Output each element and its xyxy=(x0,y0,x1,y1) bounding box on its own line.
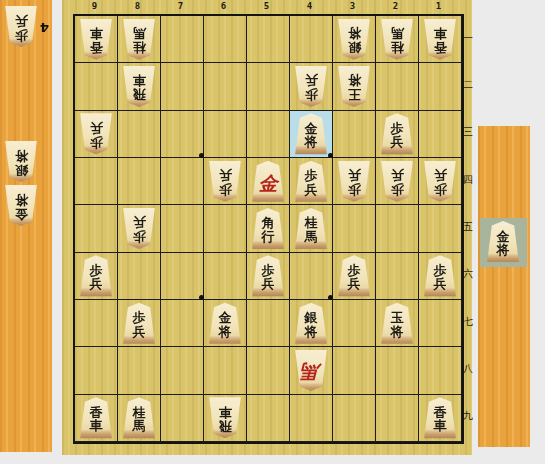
square-53[interactable] xyxy=(247,111,290,158)
square-72[interactable] xyxy=(161,63,204,110)
square-88[interactable] xyxy=(118,347,161,394)
piece-sente-bishop[interactable]: 角行 xyxy=(250,208,286,249)
square-89[interactable]: 桂馬 xyxy=(118,395,161,442)
piece-gote-knight[interactable]: 桂馬 xyxy=(121,19,157,60)
square-52[interactable] xyxy=(247,63,290,110)
square-91[interactable]: 香車 xyxy=(75,16,118,63)
square-92[interactable] xyxy=(75,63,118,110)
square-56[interactable]: 歩兵 xyxy=(247,253,290,300)
piece-sente-silver[interactable]: 銀将 xyxy=(293,303,329,344)
square-32[interactable]: 王将 xyxy=(333,63,376,110)
square-11[interactable]: 香車 xyxy=(419,16,462,63)
piece-sente-promoted-silver[interactable]: 金 xyxy=(250,161,286,202)
piece-gote-pawn[interactable]: 歩兵 xyxy=(422,161,458,202)
file-label-8: 8 xyxy=(116,1,159,13)
square-75[interactable] xyxy=(161,205,204,252)
square-22[interactable] xyxy=(376,63,419,110)
piece-gote-silver[interactable]: 銀将 xyxy=(3,141,39,182)
star-point xyxy=(199,153,204,158)
piece-gote-pawn[interactable]: 歩兵 xyxy=(3,6,39,47)
piece-gote-pawn[interactable]: 歩兵 xyxy=(379,161,415,202)
square-43[interactable]: 金将 xyxy=(290,111,333,158)
square-49[interactable] xyxy=(290,395,333,442)
square-79[interactable] xyxy=(161,395,204,442)
square-83[interactable] xyxy=(118,111,161,158)
square-86[interactable] xyxy=(118,253,161,300)
piece-gote-pawn[interactable]: 歩兵 xyxy=(121,208,157,249)
square-94[interactable] xyxy=(75,158,118,205)
piece-sente-knight[interactable]: 桂馬 xyxy=(121,397,157,438)
square-85[interactable]: 歩兵 xyxy=(118,205,161,252)
square-76[interactable] xyxy=(161,253,204,300)
file-label-7: 7 xyxy=(159,1,202,13)
piece-gote-gold[interactable]: 金将 xyxy=(3,185,39,226)
piece-gote-lance[interactable]: 香車 xyxy=(78,19,114,60)
star-point xyxy=(328,153,333,158)
square-17[interactable] xyxy=(419,300,462,347)
square-81[interactable]: 桂馬 xyxy=(118,16,161,63)
piece-sente-pawn[interactable]: 歩兵 xyxy=(379,113,415,154)
square-24[interactable]: 歩兵 xyxy=(376,158,419,205)
square-73[interactable] xyxy=(161,111,204,158)
square-34[interactable]: 歩兵 xyxy=(333,158,376,205)
square-25[interactable] xyxy=(376,205,419,252)
square-12[interactable] xyxy=(419,63,462,110)
square-59[interactable] xyxy=(247,395,290,442)
square-68[interactable] xyxy=(204,347,247,394)
square-66[interactable] xyxy=(204,253,247,300)
square-97[interactable] xyxy=(75,300,118,347)
file-labels: 987654321 xyxy=(73,1,460,13)
piece-gote-knight[interactable]: 桂馬 xyxy=(379,19,415,60)
square-96[interactable]: 歩兵 xyxy=(75,253,118,300)
square-47[interactable]: 銀将 xyxy=(290,300,333,347)
square-71[interactable] xyxy=(161,16,204,63)
square-27[interactable]: 玉将 xyxy=(376,300,419,347)
square-15[interactable] xyxy=(419,205,462,252)
gote-hand-pawn-count: 4 xyxy=(40,20,49,35)
sente-hand-stand: 金将 xyxy=(478,126,530,447)
square-13[interactable] xyxy=(419,111,462,158)
square-95[interactable] xyxy=(75,205,118,252)
star-point xyxy=(199,295,204,300)
piece-sente-pawn[interactable]: 歩兵 xyxy=(293,161,329,202)
square-36[interactable]: 歩兵 xyxy=(333,253,376,300)
star-point xyxy=(328,295,333,300)
square-54[interactable]: 金 xyxy=(247,158,290,205)
square-29[interactable] xyxy=(376,395,419,442)
square-18[interactable] xyxy=(419,347,462,394)
square-33[interactable] xyxy=(333,111,376,158)
square-26[interactable] xyxy=(376,253,419,300)
piece-gote-rook[interactable]: 飛車 xyxy=(121,66,157,107)
piece-sente-pawn[interactable]: 歩兵 xyxy=(422,255,458,296)
square-78[interactable] xyxy=(161,347,204,394)
piece-gote-pawn[interactable]: 歩兵 xyxy=(207,161,243,202)
square-41[interactable] xyxy=(290,16,333,63)
square-44[interactable]: 歩兵 xyxy=(290,158,333,205)
piece-sente-lance[interactable]: 香車 xyxy=(422,397,458,438)
gote-hand-silver[interactable]: 銀将 xyxy=(3,141,39,182)
file-label-1: 1 xyxy=(417,1,460,13)
square-21[interactable]: 桂馬 xyxy=(376,16,419,63)
square-69[interactable]: 飛車 xyxy=(204,395,247,442)
gote-hand-stand: 歩兵4銀将金将 xyxy=(0,0,52,452)
square-61[interactable] xyxy=(204,16,247,63)
gote-hand-gold[interactable]: 金将 xyxy=(3,185,39,226)
square-65[interactable] xyxy=(204,205,247,252)
piece-sente-gold[interactable]: 金将 xyxy=(485,221,521,262)
square-57[interactable] xyxy=(247,300,290,347)
piece-gote-pawn[interactable]: 歩兵 xyxy=(78,113,114,154)
square-82[interactable]: 飛車 xyxy=(118,63,161,110)
piece-gote-pawn[interactable]: 歩兵 xyxy=(293,66,329,107)
square-84[interactable] xyxy=(118,158,161,205)
square-74[interactable] xyxy=(161,158,204,205)
file-label-9: 9 xyxy=(73,1,116,13)
square-67[interactable]: 金将 xyxy=(204,300,247,347)
square-55[interactable]: 角行 xyxy=(247,205,290,252)
sente-hand-gold[interactable]: 金将 xyxy=(485,221,521,262)
square-39[interactable] xyxy=(333,395,376,442)
square-45[interactable]: 桂馬 xyxy=(290,205,333,252)
square-99[interactable]: 香車 xyxy=(75,395,118,442)
piece-sente-gold[interactable]: 金将 xyxy=(293,113,329,154)
file-label-6: 6 xyxy=(202,1,245,13)
square-31[interactable]: 銀将 xyxy=(333,16,376,63)
square-38[interactable] xyxy=(333,347,376,394)
piece-sente-pawn[interactable]: 歩兵 xyxy=(78,255,114,296)
piece-gote-lance[interactable]: 香車 xyxy=(422,19,458,60)
square-23[interactable]: 歩兵 xyxy=(376,111,419,158)
square-28[interactable] xyxy=(376,347,419,394)
square-16[interactable]: 歩兵 xyxy=(419,253,462,300)
file-label-5: 5 xyxy=(245,1,288,13)
file-label-4: 4 xyxy=(288,1,331,13)
square-19[interactable]: 香車 xyxy=(419,395,462,442)
square-87[interactable]: 歩兵 xyxy=(118,300,161,347)
square-77[interactable] xyxy=(161,300,204,347)
piece-sente-king[interactable]: 玉将 xyxy=(379,303,415,344)
piece-sente-pawn[interactable]: 歩兵 xyxy=(336,255,372,296)
piece-gote-pawn[interactable]: 歩兵 xyxy=(336,161,372,202)
piece-sente-gold[interactable]: 金将 xyxy=(207,303,243,344)
piece-gote-silver[interactable]: 銀将 xyxy=(336,19,372,60)
piece-gote-king[interactable]: 王将 xyxy=(336,66,372,107)
square-93[interactable]: 歩兵 xyxy=(75,111,118,158)
shogi-board: 987654321 一二三四五六七八九 香車桂馬銀将桂馬香車飛車歩兵王将歩兵金将… xyxy=(62,0,472,455)
square-48[interactable]: 馬 xyxy=(290,347,333,394)
piece-sente-knight[interactable]: 桂馬 xyxy=(293,208,329,249)
square-37[interactable] xyxy=(333,300,376,347)
board-grid: 香車桂馬銀将桂馬香車飛車歩兵王将歩兵金将歩兵歩兵金歩兵歩兵歩兵歩兵歩兵角行桂馬歩… xyxy=(73,14,464,444)
square-51[interactable] xyxy=(247,16,290,63)
square-62[interactable] xyxy=(204,63,247,110)
piece-gote-rook[interactable]: 飛車 xyxy=(207,397,243,438)
piece-sente-lance[interactable]: 香車 xyxy=(78,397,114,438)
shogi-app: 歩兵4銀将金将 987654321 一二三四五六七八九 香車桂馬銀将桂馬香車飛車… xyxy=(0,0,545,464)
file-label-2: 2 xyxy=(374,1,417,13)
square-58[interactable] xyxy=(247,347,290,394)
file-label-3: 3 xyxy=(331,1,374,13)
piece-sente-pawn[interactable]: 歩兵 xyxy=(121,303,157,344)
piece-gote-promoted-bishop[interactable]: 馬 xyxy=(293,350,329,391)
square-63[interactable] xyxy=(204,111,247,158)
square-46[interactable] xyxy=(290,253,333,300)
square-64[interactable]: 歩兵 xyxy=(204,158,247,205)
gote-hand-pawn[interactable]: 歩兵4 xyxy=(3,6,39,47)
square-14[interactable]: 歩兵 xyxy=(419,158,462,205)
piece-sente-pawn[interactable]: 歩兵 xyxy=(250,255,286,296)
square-35[interactable] xyxy=(333,205,376,252)
square-98[interactable] xyxy=(75,347,118,394)
square-42[interactable]: 歩兵 xyxy=(290,63,333,110)
